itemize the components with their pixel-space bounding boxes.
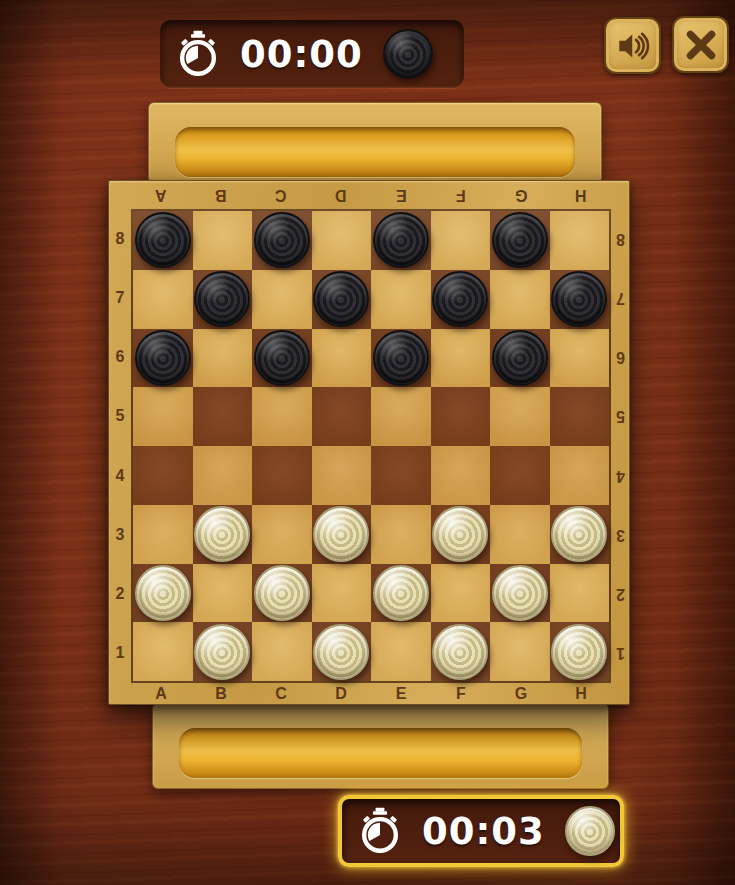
black-timer-value: 00:00 [240,33,363,76]
rank-label-1: 1 [611,624,629,683]
stopwatch-icon [358,805,402,857]
square-c5[interactable] [252,387,312,446]
checkers-board: ABCDEFGH ABCDEFGH 87654321 87654321 [108,180,630,705]
square-e1[interactable] [371,622,431,681]
square-a4[interactable] [133,446,193,505]
file-label-d: D [311,683,371,704]
square-d1[interactable] [312,622,372,681]
square-f5[interactable] [431,387,491,446]
file-label-h: H [551,181,611,209]
square-h3[interactable] [550,505,610,564]
square-b7[interactable] [193,270,253,329]
checker-black-g8[interactable] [492,212,548,268]
square-g3[interactable] [490,505,550,564]
file-label-e: E [371,181,431,209]
checker-black-a8[interactable] [135,212,191,268]
captured-pieces-tray-bottom [152,703,609,789]
rank-label-4: 4 [109,446,131,505]
tray-slot [179,728,582,778]
square-e2[interactable] [371,564,431,623]
square-h8[interactable] [550,211,610,270]
square-g5[interactable] [490,387,550,446]
captured-pieces-tray-top [148,102,602,184]
file-label-a: A [131,181,191,209]
checker-white-g2[interactable] [492,565,548,621]
white-timer-value: 00:03 [422,810,545,853]
checker-white-f1[interactable] [432,624,488,680]
square-a5[interactable] [133,387,193,446]
square-h6[interactable] [550,329,610,388]
white-checker-icon [565,806,615,856]
square-f2[interactable] [431,564,491,623]
square-d4[interactable] [312,446,372,505]
checker-white-b1[interactable] [194,624,250,680]
square-c2[interactable] [252,564,312,623]
checker-white-a2[interactable] [135,565,191,621]
square-f6[interactable] [431,329,491,388]
file-label-e: E [371,683,431,704]
square-c7[interactable] [252,270,312,329]
square-h2[interactable] [550,564,610,623]
square-b8[interactable] [193,211,253,270]
file-label-g: G [491,181,551,209]
checker-white-d1[interactable] [313,624,369,680]
checker-black-e6[interactable] [373,330,429,386]
checker-black-c6[interactable] [254,330,310,386]
checker-white-h3[interactable] [551,506,607,562]
rank-label-7: 7 [109,268,131,327]
square-g4[interactable] [490,446,550,505]
rank-label-8: 8 [611,209,629,268]
square-f4[interactable] [431,446,491,505]
speaker-icon [614,27,652,65]
square-b4[interactable] [193,446,253,505]
checker-black-b7[interactable] [194,271,250,327]
square-d6[interactable] [312,329,372,388]
square-c6[interactable] [252,329,312,388]
square-f7[interactable] [431,270,491,329]
square-d2[interactable] [312,564,372,623]
square-a8[interactable] [133,211,193,270]
black-checker-icon [383,29,433,79]
rank-label-2: 2 [611,565,629,624]
square-a3[interactable] [133,505,193,564]
tray-slot [175,127,575,177]
checker-black-d7[interactable] [313,271,369,327]
checker-white-e2[interactable] [373,565,429,621]
square-h4[interactable] [550,446,610,505]
square-e4[interactable] [371,446,431,505]
square-b5[interactable] [193,387,253,446]
square-e5[interactable] [371,387,431,446]
square-h5[interactable] [550,387,610,446]
square-e6[interactable] [371,329,431,388]
square-c3[interactable] [252,505,312,564]
square-a7[interactable] [133,270,193,329]
file-label-c: C [251,683,311,704]
rank-label-6: 6 [611,328,629,387]
rank-label-5: 5 [611,387,629,446]
checker-black-e8[interactable] [373,212,429,268]
square-c4[interactable] [252,446,312,505]
close-button[interactable] [672,16,729,73]
file-label-a: A [131,683,191,704]
square-d5[interactable] [312,387,372,446]
board-grid [131,209,611,683]
square-a6[interactable] [133,329,193,388]
square-h7[interactable] [550,270,610,329]
square-b2[interactable] [193,564,253,623]
checker-black-g6[interactable] [492,330,548,386]
square-c8[interactable] [252,211,312,270]
rank-label-5: 5 [109,387,131,446]
checker-white-f3[interactable] [432,506,488,562]
file-label-h: H [551,683,611,704]
square-h1[interactable] [550,622,610,681]
square-e3[interactable] [371,505,431,564]
checker-white-h1[interactable] [551,624,607,680]
square-b1[interactable] [193,622,253,681]
file-labels-bottom: ABCDEFGH [131,683,611,704]
sound-button[interactable] [604,17,661,74]
square-a2[interactable] [133,564,193,623]
rank-labels-left: 87654321 [109,209,131,683]
square-f8[interactable] [431,211,491,270]
rank-label-6: 6 [109,328,131,387]
square-a1[interactable] [133,622,193,681]
checker-black-a6[interactable] [135,330,191,386]
checker-white-b3[interactable] [194,506,250,562]
square-d7[interactable] [312,270,372,329]
white-timer-panel: 00:03 [338,795,624,867]
square-g1[interactable] [490,622,550,681]
file-labels-top: ABCDEFGH [131,181,611,209]
file-label-g: G [491,683,551,704]
checker-black-h7[interactable] [551,271,607,327]
square-g7[interactable] [490,270,550,329]
square-d3[interactable] [312,505,372,564]
square-e7[interactable] [371,270,431,329]
checker-white-c2[interactable] [254,565,310,621]
square-c1[interactable] [252,622,312,681]
rank-label-2: 2 [109,565,131,624]
square-g2[interactable] [490,564,550,623]
file-label-f: F [431,683,491,704]
rank-labels-right: 87654321 [611,209,629,683]
square-d8[interactable] [312,211,372,270]
black-timer-panel: 00:00 [160,20,464,88]
rank-label-1: 1 [109,624,131,683]
checkers-game-screen: 00:00 ABCDEFGH ABCDEFGH 87654321 8765432… [0,0,735,885]
checker-black-f7[interactable] [432,271,488,327]
rank-label-3: 3 [109,505,131,564]
file-label-b: B [191,181,251,209]
file-label-d: D [311,181,371,209]
file-label-b: B [191,683,251,704]
rank-label-3: 3 [611,505,629,564]
square-g8[interactable] [490,211,550,270]
rank-label-4: 4 [611,446,629,505]
checker-black-c8[interactable] [254,212,310,268]
square-f3[interactable] [431,505,491,564]
rank-label-8: 8 [109,209,131,268]
file-label-c: C [251,181,311,209]
checker-white-d3[interactable] [313,506,369,562]
square-g6[interactable] [490,329,550,388]
stopwatch-icon [176,28,220,80]
close-icon [682,26,720,64]
rank-label-7: 7 [611,268,629,327]
square-b3[interactable] [193,505,253,564]
square-f1[interactable] [431,622,491,681]
file-label-f: F [431,181,491,209]
square-e8[interactable] [371,211,431,270]
square-b6[interactable] [193,329,253,388]
